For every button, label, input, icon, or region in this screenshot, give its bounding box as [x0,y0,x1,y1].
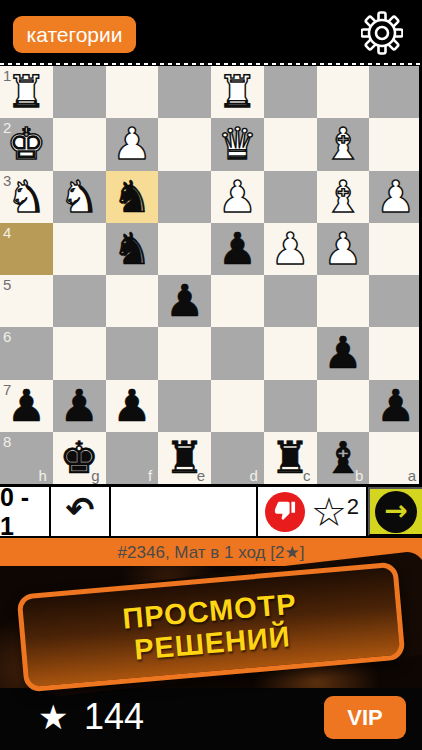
file-label-h: h [38,467,46,484]
square-c7[interactable] [264,380,317,432]
difficulty-rating: ☆ 2 [311,492,359,532]
piece-white-pawn: ♟ [218,175,257,219]
arrow-right-icon: → [375,491,417,533]
square-b6[interactable]: ♟ [317,327,370,379]
score-display: 0 - 1 [0,487,51,536]
square-b5[interactable] [317,275,370,327]
square-b2[interactable]: ♝ [317,118,370,170]
piece-white-bishop: ♝ [323,175,362,219]
file-label-e: e [197,467,205,484]
next-puzzle-button[interactable]: → [368,487,422,536]
square-c5[interactable] [264,275,317,327]
square-g1[interactable] [53,66,106,118]
piece-white-king: ♚ [7,122,46,166]
piece-white-bishop: ♝ [323,122,362,166]
square-f5[interactable] [106,275,159,327]
square-f1[interactable] [106,66,159,118]
move-list-panel [111,487,258,536]
piece-black-pawn: ♟ [218,227,257,271]
square-f8[interactable]: f [106,432,159,484]
piece-white-rook: ♜ [7,70,46,114]
square-a7[interactable]: ♟ [369,380,422,432]
square-e8[interactable]: ♜e [158,432,211,484]
star-balance-count: 144 [84,696,144,738]
square-a4[interactable] [369,223,422,275]
piece-black-pawn: ♟ [112,384,151,428]
square-d5[interactable] [211,275,264,327]
difficulty-count: 2 [347,494,359,520]
piece-white-pawn: ♟ [376,175,415,219]
square-g4[interactable] [53,223,106,275]
square-h6[interactable]: 6 [0,327,53,379]
square-h7[interactable]: ♟7 [0,380,53,432]
banner-zone: ПРОСМОТР РЕШЕНИЙ [0,566,422,688]
undo-button[interactable]: ↶ [51,487,111,536]
rank-label-4: 4 [3,224,11,241]
square-d7[interactable] [211,380,264,432]
square-b1[interactable] [317,66,370,118]
square-g2[interactable] [53,118,106,170]
square-d4[interactable]: ♟ [211,223,264,275]
square-b7[interactable] [317,380,370,432]
square-d6[interactable] [211,327,264,379]
star-icon: ☆ [311,492,347,532]
file-label-b: b [355,467,363,484]
rank-label-6: 6 [3,328,11,345]
square-c6[interactable] [264,327,317,379]
piece-white-pawn: ♟ [323,227,362,271]
piece-black-pawn: ♟ [7,384,46,428]
square-g3[interactable]: ♞ [53,171,106,223]
square-c2[interactable] [264,118,317,170]
square-c8[interactable]: ♜c [264,432,317,484]
square-a1[interactable] [369,66,422,118]
footer: ★ 144 VIP [0,688,422,750]
square-e6[interactable] [158,327,211,379]
piece-white-rook: ♜ [218,70,257,114]
square-h1[interactable]: ♜1 [0,66,53,118]
rank-label-5: 5 [3,276,11,293]
piece-black-knight: ♞ [112,227,151,271]
piece-white-queen: ♛ [218,122,257,166]
square-a8[interactable]: a [369,432,422,484]
square-d3[interactable]: ♟ [211,171,264,223]
file-label-g: g [91,467,99,484]
square-b3[interactable]: ♝ [317,171,370,223]
square-d1[interactable]: ♜ [211,66,264,118]
gear-icon [361,43,403,58]
file-label-a: a [408,467,416,484]
square-h3[interactable]: ♞3 [0,171,53,223]
square-g7[interactable]: ♟ [53,380,106,432]
toolbar: 0 - 1 ↶ ☆ 2 → [0,484,422,538]
app-screen: категории [0,0,422,750]
square-e4[interactable] [158,223,211,275]
chess-board: ♜1♜♚2♟♛♝♞3♞♞♟♝♟4♞♟♟♟5♟6♟♟7♟♟♟8h♚gf♜ed♜c♝… [0,66,422,484]
piece-white-pawn: ♟ [112,122,151,166]
piece-white-knight: ♞ [7,175,46,219]
square-f4[interactable]: ♞ [106,223,159,275]
vip-button[interactable]: VIP [324,696,406,739]
square-f7[interactable]: ♟ [106,380,159,432]
square-e1[interactable] [158,66,211,118]
star-balance-icon: ★ [38,700,68,734]
piece-white-knight: ♞ [59,175,98,219]
square-d2[interactable]: ♛ [211,118,264,170]
rank-label-1: 1 [3,67,11,84]
rank-label-8: 8 [3,433,11,450]
piece-black-pawn: ♟ [376,384,415,428]
settings-button[interactable] [360,11,404,57]
piece-black-knight: ♞ [112,175,151,219]
square-e5[interactable]: ♟ [158,275,211,327]
square-f2[interactable]: ♟ [106,118,159,170]
square-f6[interactable] [106,327,159,379]
file-label-f: f [148,467,152,484]
square-b4[interactable]: ♟ [317,223,370,275]
undo-icon: ↶ [66,492,95,526]
square-g8[interactable]: ♚g [53,432,106,484]
rank-label-2: 2 [3,119,11,136]
piece-black-pawn: ♟ [59,384,98,428]
square-a6[interactable] [369,327,422,379]
view-solutions-button[interactable]: ПРОСМОТР РЕШЕНИЙ [16,562,405,693]
square-f3[interactable]: ♞ [106,171,159,223]
piece-white-pawn: ♟ [270,227,309,271]
categories-button[interactable]: категории [13,16,136,53]
rank-label-7: 7 [3,381,11,398]
square-a3[interactable]: ♟ [369,171,422,223]
square-c1[interactable] [264,66,317,118]
rating-panel: ☆ 2 [258,487,368,536]
square-h2[interactable]: ♚2 [0,118,53,170]
square-d8[interactable]: d [211,432,264,484]
square-g6[interactable] [53,327,106,379]
square-e7[interactable] [158,380,211,432]
rank-label-3: 3 [3,172,11,189]
file-label-c: c [303,467,311,484]
square-c3[interactable] [264,171,317,223]
file-label-d: d [249,467,257,484]
thumbs-down-icon [274,499,296,524]
square-b8[interactable]: ♝b [317,432,370,484]
square-h4[interactable]: 4 [0,223,53,275]
dislike-button[interactable] [265,492,305,532]
square-e2[interactable] [158,118,211,170]
piece-black-pawn: ♟ [165,279,204,323]
piece-black-pawn: ♟ [323,331,362,375]
square-h8[interactable]: 8h [0,432,53,484]
square-a5[interactable] [369,275,422,327]
square-h5[interactable]: 5 [0,275,53,327]
square-e3[interactable] [158,171,211,223]
square-a2[interactable] [369,118,422,170]
square-g5[interactable] [53,275,106,327]
square-c4[interactable]: ♟ [264,223,317,275]
header: категории [0,0,422,62]
